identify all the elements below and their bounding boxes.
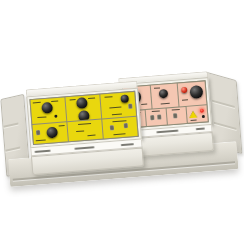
panel-section-1-1	[145, 108, 166, 126]
symbol-icon	[36, 130, 40, 135]
rotary-knob	[46, 127, 58, 139]
rotary-knob	[159, 89, 169, 99]
microtext-mark	[172, 109, 180, 111]
microtext-mark	[105, 96, 113, 98]
microtext-mark	[151, 110, 159, 112]
symbol-icon	[157, 114, 161, 119]
microtext-mark	[33, 102, 41, 104]
symbol-icon	[128, 104, 132, 109]
microtext-mark	[52, 101, 59, 103]
microtext-mark	[191, 120, 197, 121]
panel-section-1-1	[67, 120, 102, 142]
bracket-slot	[214, 122, 236, 130]
microtext-mark	[88, 134, 96, 136]
rotary-knob	[189, 85, 203, 99]
symbol-icon	[173, 113, 177, 118]
rotary-knob	[121, 95, 130, 104]
symbol-icon	[150, 115, 154, 120]
panel-section-1-3	[187, 105, 208, 123]
microtext-mark	[112, 113, 122, 115]
panel-section-0-2	[178, 81, 206, 106]
label-text-smudge	[156, 130, 178, 134]
label-text-smudge	[196, 127, 205, 130]
microtext-mark	[109, 107, 121, 109]
panel-section-0-1	[150, 84, 178, 109]
symbol-icon	[124, 123, 128, 128]
microtext-mark	[153, 88, 159, 89]
microtext-mark	[112, 120, 126, 122]
microtext-mark	[78, 123, 91, 125]
panel-section-1-0	[32, 122, 67, 144]
microtext-mark	[38, 116, 47, 118]
socket-dot	[55, 114, 58, 117]
module-front-panel	[26, 88, 142, 149]
panel-section-1-2	[102, 117, 137, 139]
bracket-slot	[212, 100, 234, 108]
microtext-mark	[69, 99, 75, 100]
microtext-mark	[161, 103, 170, 105]
microtext-mark	[76, 130, 84, 132]
socket-dot	[202, 115, 205, 118]
panel-section-0-0	[31, 97, 67, 124]
panel-section-0-1	[65, 95, 101, 122]
microtext-mark	[141, 104, 147, 105]
rotary-knob	[76, 97, 88, 109]
bracket-notch	[3, 122, 18, 127]
product-photo	[0, 0, 244, 243]
panel-section-0-2	[100, 92, 136, 119]
warning-triangle-icon	[189, 110, 198, 118]
microtext-mark	[88, 97, 95, 99]
label-text-smudge	[74, 146, 94, 150]
microtext-mark	[36, 139, 46, 141]
label-text-smudge	[120, 143, 133, 146]
red-rotary-knob	[181, 87, 187, 93]
rack-assembly	[0, 55, 244, 201]
microtext-mark	[182, 99, 188, 100]
microtext-mark	[58, 125, 64, 126]
panel-grid	[29, 91, 138, 145]
red-led	[200, 108, 204, 112]
panel-section-1-2	[166, 107, 187, 125]
microtext-mark	[113, 133, 125, 135]
label-text-smudge	[34, 149, 50, 152]
rotary-knob	[41, 102, 53, 114]
symbol-icon	[110, 125, 114, 130]
bracket-notch	[5, 146, 20, 151]
yellow-module	[26, 81, 144, 176]
